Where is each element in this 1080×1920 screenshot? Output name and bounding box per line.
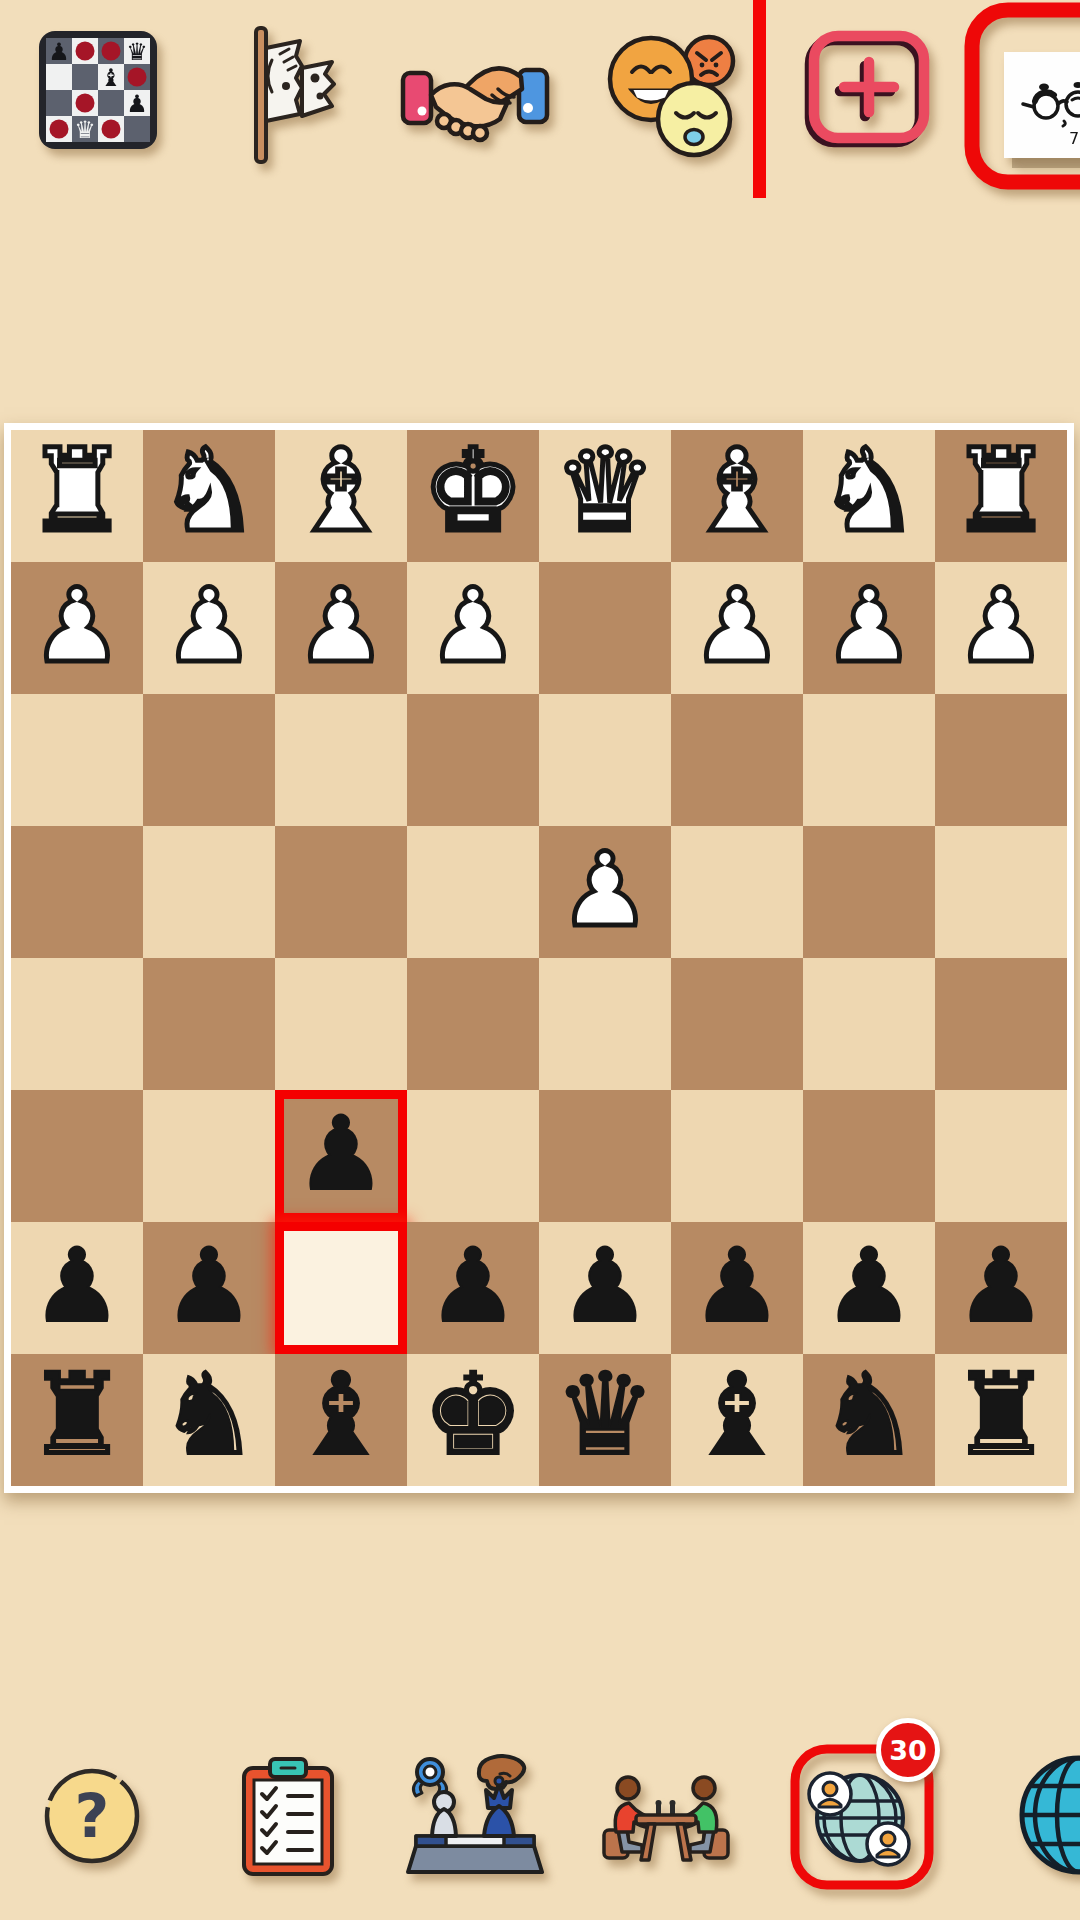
svg-text:♛: ♛ — [74, 116, 96, 144]
square-g4[interactable] — [143, 826, 275, 958]
square-h6[interactable] — [11, 1090, 143, 1222]
black-pawn: ♟ — [427, 1235, 518, 1337]
square-g6[interactable] — [143, 1090, 275, 1222]
square-c7[interactable]: ♟ — [671, 1222, 803, 1354]
square-a5[interactable] — [935, 958, 1067, 1090]
square-b1[interactable]: ♞ — [803, 430, 935, 562]
square-d4[interactable]: ♟ — [539, 826, 671, 958]
world-button[interactable] — [1014, 1750, 1080, 1880]
square-e5[interactable] — [407, 958, 539, 1090]
glasses-doodle-icon: 7 — [966, 4, 1080, 194]
white-pawn: ♟ — [955, 575, 1046, 677]
square-e7[interactable]: ♟ — [407, 1222, 539, 1354]
square-a1[interactable]: ♜ — [935, 430, 1067, 562]
square-b5[interactable] — [803, 958, 935, 1090]
svg-text:♛: ♛ — [126, 38, 148, 66]
black-queen: ♛ — [554, 1358, 656, 1472]
black-pawn: ♟ — [559, 1235, 650, 1337]
square-b3[interactable] — [803, 694, 935, 826]
white-bishop: ♝ — [686, 434, 788, 548]
white-rook: ♜ — [26, 434, 128, 548]
square-d8[interactable]: ♛ — [539, 1354, 671, 1486]
square-e4[interactable] — [407, 826, 539, 958]
square-g5[interactable] — [143, 958, 275, 1090]
square-c2[interactable]: ♟ — [671, 562, 803, 694]
board-setup-button[interactable]: ♟ ♛ ♝ ♟ ♛ — [36, 28, 160, 152]
square-f5[interactable] — [275, 958, 407, 1090]
white-pawn: ♟ — [823, 575, 914, 677]
square-c3[interactable] — [671, 694, 803, 826]
white-pawn: ♟ — [691, 575, 782, 677]
black-knight: ♞ — [158, 1358, 260, 1472]
square-g7[interactable]: ♟ — [143, 1222, 275, 1354]
white-pawn: ♟ — [163, 575, 254, 677]
square-b8[interactable]: ♞ — [803, 1354, 935, 1486]
square-h4[interactable] — [11, 826, 143, 958]
black-rook: ♜ — [950, 1358, 1052, 1472]
square-a6[interactable] — [935, 1090, 1067, 1222]
square-a8[interactable]: ♜ — [935, 1354, 1067, 1486]
square-b2[interactable]: ♟ — [803, 562, 935, 694]
square-c6[interactable] — [671, 1090, 803, 1222]
black-pawn: ♟ — [163, 1235, 254, 1337]
doodle-mark: 7 — [1069, 129, 1079, 148]
square-f3[interactable] — [275, 694, 407, 826]
svg-text:♝: ♝ — [100, 64, 122, 92]
square-c1[interactable]: ♝ — [671, 430, 803, 562]
resign-button[interactable] — [228, 20, 343, 170]
black-pawn: ♟ — [691, 1235, 782, 1337]
notification-badge: 30 — [876, 1718, 940, 1782]
white-queen: ♛ — [554, 434, 656, 548]
square-c4[interactable] — [671, 826, 803, 958]
mini-chessboard-icon: ♟ ♛ ♝ ♟ ♛ — [36, 28, 160, 152]
chess-app-screen: { "game": "chess", "position": { "fen": … — [0, 0, 1080, 1920]
square-f1[interactable]: ♝ — [275, 430, 407, 562]
square-h7[interactable]: ♟ — [11, 1222, 143, 1354]
square-c5[interactable] — [671, 958, 803, 1090]
black-rook: ♜ — [26, 1358, 128, 1472]
square-d5[interactable] — [539, 958, 671, 1090]
black-bishop: ♝ — [290, 1358, 392, 1472]
square-d6[interactable] — [539, 1090, 671, 1222]
white-knight: ♞ — [818, 434, 920, 548]
square-g3[interactable] — [143, 694, 275, 826]
square-f6[interactable]: ♟ — [275, 1090, 407, 1222]
square-e6[interactable] — [407, 1090, 539, 1222]
square-f4[interactable] — [275, 826, 407, 958]
square-d2[interactable] — [539, 562, 671, 694]
square-h8[interactable]: ♜ — [11, 1354, 143, 1486]
question-glyph: ? — [75, 1781, 110, 1851]
globe-icon — [1014, 1750, 1080, 1880]
square-e1[interactable]: ♚ — [407, 430, 539, 562]
square-f2[interactable]: ♟ — [275, 562, 407, 694]
square-b6[interactable] — [803, 1090, 935, 1222]
white-pawn: ♟ — [31, 575, 122, 677]
white-flag-icon — [228, 20, 343, 170]
toolbar-divider — [753, 0, 766, 198]
white-king: ♚ — [422, 434, 524, 548]
emotes-button[interactable] — [606, 34, 746, 156]
black-pawn: ♟ — [823, 1235, 914, 1337]
square-e8[interactable]: ♚ — [407, 1354, 539, 1486]
svg-text:♟: ♟ — [126, 90, 148, 118]
checklist-clipboard-icon — [238, 1754, 338, 1880]
square-f7[interactable] — [275, 1222, 407, 1354]
black-pawn: ♟ — [295, 1103, 386, 1205]
square-d3[interactable] — [539, 694, 671, 826]
black-knight: ♞ — [818, 1358, 920, 1472]
white-pawn: ♟ — [295, 575, 386, 677]
square-a3[interactable] — [935, 694, 1067, 826]
white-rook: ♜ — [950, 434, 1052, 548]
square-a7[interactable]: ♟ — [935, 1222, 1067, 1354]
square-b7[interactable]: ♟ — [803, 1222, 935, 1354]
handshake-icon — [400, 45, 550, 150]
square-g8[interactable]: ♞ — [143, 1354, 275, 1486]
square-e2[interactable]: ♟ — [407, 562, 539, 694]
square-h2[interactable]: ♟ — [11, 562, 143, 694]
square-g2[interactable]: ♟ — [143, 562, 275, 694]
white-bishop: ♝ — [290, 434, 392, 548]
robot-vs-hand-chess-icon — [400, 1752, 550, 1880]
white-knight: ♞ — [158, 434, 260, 548]
square-f8[interactable]: ♝ — [275, 1354, 407, 1486]
help-button[interactable]: ? — [42, 1766, 142, 1866]
black-bishop: ♝ — [686, 1358, 788, 1472]
badge-count: 30 — [889, 1735, 927, 1766]
local-two-player-button[interactable] — [596, 1768, 736, 1868]
vs-computer-button[interactable] — [400, 1752, 550, 1880]
plus-icon — [798, 26, 938, 150]
question-mark-icon: ? — [42, 1766, 142, 1866]
white-pawn: ♟ — [559, 839, 650, 941]
square-e3[interactable] — [407, 694, 539, 826]
chessboard-frame: ♜♞♝♚♛♝♞♜♟♟♟♟♟♟♟♟♟♟♟♟♟♟♟♟♜♞♝♚♛♝♞♜ — [4, 423, 1074, 1493]
square-g1[interactable]: ♞ — [143, 430, 275, 562]
square-c8[interactable]: ♝ — [671, 1354, 803, 1486]
square-a2[interactable]: ♟ — [935, 562, 1067, 694]
offer-draw-button[interactable] — [400, 45, 550, 150]
players-at-table-icon — [596, 1768, 736, 1868]
tasks-button[interactable] — [238, 1754, 338, 1880]
black-pawn: ♟ — [31, 1235, 122, 1337]
emoji-faces-icon — [606, 34, 746, 156]
square-b4[interactable] — [803, 826, 935, 958]
black-king: ♚ — [422, 1358, 524, 1472]
square-h3[interactable] — [11, 694, 143, 826]
square-h5[interactable] — [11, 958, 143, 1090]
square-d7[interactable]: ♟ — [539, 1222, 671, 1354]
square-d1[interactable]: ♛ — [539, 430, 671, 562]
chessboard: ♜♞♝♚♛♝♞♜♟♟♟♟♟♟♟♟♟♟♟♟♟♟♟♟♜♞♝♚♛♝♞♜ — [11, 430, 1067, 1486]
sketch-face-button[interactable]: 7 — [966, 4, 1080, 194]
svg-text:♟: ♟ — [48, 38, 70, 66]
black-pawn: ♟ — [955, 1235, 1046, 1337]
new-game-button[interactable] — [798, 26, 938, 150]
square-a4[interactable] — [935, 826, 1067, 958]
white-pawn: ♟ — [427, 575, 518, 677]
square-h1[interactable]: ♜ — [11, 430, 143, 562]
